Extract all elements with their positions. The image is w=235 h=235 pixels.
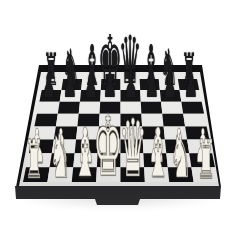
black-rook-glyph: ♜ <box>182 49 197 93</box>
piece-white-pawn-f2: ♟ <box>145 145 168 171</box>
white-knight-glyph: ♞ <box>170 126 191 187</box>
piece-black-knight-b8: ♞ <box>59 66 84 94</box>
black-pawn-glyph: ♟ <box>145 63 159 104</box>
black-knight-glyph: ♞ <box>62 43 80 94</box>
piece-white-rook-h1: ♜ <box>193 156 220 186</box>
piece-white-pawn-b2: ♟ <box>50 145 73 171</box>
white-pawn-glyph: ♟ <box>100 124 116 171</box>
white-queen-glyph: ♛ <box>119 109 147 189</box>
black-pawn-glyph: ♟ <box>42 63 56 104</box>
black-queen-glyph: ♛ <box>119 29 142 95</box>
black-king-glyph: ♚ <box>98 26 122 96</box>
piece-black-rook-h8: ♜ <box>178 68 200 93</box>
piece-white-pawn-h2: ♟ <box>192 145 215 171</box>
black-pawn-glyph: ♟ <box>184 63 198 104</box>
white-bishop-glyph: ♝ <box>146 120 170 188</box>
piece-white-bishop-f1: ♝ <box>141 150 175 188</box>
piece-black-pawn-h7: ♟ <box>181 81 201 104</box>
white-pawn-glyph: ♟ <box>171 124 187 171</box>
piece-black-bishop-f8: ♝ <box>137 63 165 94</box>
white-pawn-glyph: ♟ <box>124 124 140 171</box>
piece-white-knight-b1: ♞ <box>44 153 74 187</box>
piece-black-pawn-c7: ♟ <box>81 81 101 104</box>
piece-black-pawn-f7: ♟ <box>142 81 162 104</box>
piece-white-pawn-c2: ♟ <box>74 145 97 171</box>
piece-black-rook-a8: ♜ <box>40 68 62 93</box>
white-pawn-glyph: ♟ <box>53 124 69 171</box>
piece-white-pawn-e2: ♟ <box>121 145 144 171</box>
white-rook-glyph: ♜ <box>25 133 44 186</box>
piece-white-pawn-d2: ♟ <box>96 145 119 171</box>
product-photo: ♜♞♝♚♛♝♞♜♟♟♟♟♟♟♟♟♟♟♟♟♟♟♟♟♜♞♝♚♛♝♞♜ <box>0 0 235 235</box>
white-king-glyph: ♚ <box>93 105 122 189</box>
black-pawn-glyph: ♟ <box>63 63 77 104</box>
black-knight-glyph: ♞ <box>160 43 178 94</box>
black-pawn-glyph: ♟ <box>84 63 98 104</box>
piece-black-pawn-g7: ♟ <box>160 81 180 104</box>
piece-white-queen-e1: ♛ <box>113 145 153 189</box>
piece-black-bishop-c8: ♝ <box>78 63 106 94</box>
white-bishop-glyph: ♝ <box>73 120 97 188</box>
piece-black-pawn-b7: ♟ <box>60 81 80 104</box>
piece-black-knight-g8: ♞ <box>156 66 181 94</box>
piece-white-pawn-g2: ♟ <box>167 145 190 171</box>
piece-black-queen-e8: ♛ <box>114 59 147 96</box>
white-pawn-glyph: ♟ <box>78 124 94 171</box>
piece-white-king-d1: ♚ <box>86 143 128 190</box>
piece-black-pawn-e7: ♟ <box>120 81 140 104</box>
piece-white-bishop-c1: ♝ <box>68 150 102 188</box>
white-knight-glyph: ♞ <box>49 126 70 187</box>
white-pawn-glyph: ♟ <box>195 124 211 171</box>
piece-white-rook-a1: ♜ <box>21 156 48 186</box>
pieces-layer: ♜♞♝♚♛♝♞♜♟♟♟♟♟♟♟♟♟♟♟♟♟♟♟♟♜♞♝♚♛♝♞♜ <box>0 0 235 235</box>
black-pawn-glyph: ♟ <box>163 63 177 104</box>
white-pawn-glyph: ♟ <box>29 124 45 171</box>
black-rook-glyph: ♜ <box>43 49 58 93</box>
piece-white-pawn-a2: ♟ <box>25 145 48 171</box>
black-bishop-glyph: ♝ <box>82 38 102 94</box>
piece-black-king-d8: ♚ <box>92 57 127 96</box>
white-pawn-glyph: ♟ <box>149 124 165 171</box>
black-bishop-glyph: ♝ <box>141 38 161 94</box>
piece-black-pawn-d7: ♟ <box>99 81 119 104</box>
black-pawn-glyph: ♟ <box>102 63 116 104</box>
white-rook-glyph: ♜ <box>196 133 215 186</box>
black-pawn-glyph: ♟ <box>123 63 137 104</box>
piece-white-knight-g1: ♞ <box>165 153 195 187</box>
piece-black-pawn-a7: ♟ <box>39 81 59 104</box>
